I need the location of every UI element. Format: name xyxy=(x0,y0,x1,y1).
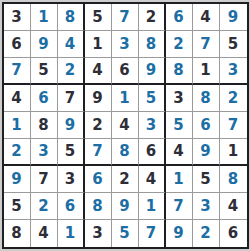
cell-r7c8[interactable]: 5 xyxy=(193,166,220,193)
cell-r2c5[interactable]: 3 xyxy=(112,31,139,58)
cell-r3c8[interactable]: 1 xyxy=(193,58,220,85)
cell-r9c1[interactable]: 8 xyxy=(4,220,31,247)
cell-r5c5[interactable]: 4 xyxy=(112,112,139,139)
cell-r2c2[interactable]: 9 xyxy=(31,31,58,58)
cell-r3c5[interactable]: 6 xyxy=(112,58,139,85)
cell-r8c2[interactable]: 2 xyxy=(31,193,58,220)
cell-r1c7[interactable]: 6 xyxy=(166,4,193,31)
cell-r8c9[interactable]: 4 xyxy=(220,193,247,220)
cell-r7c5[interactable]: 2 xyxy=(112,166,139,193)
cell-r4c2[interactable]: 6 xyxy=(31,85,58,112)
cell-r1c1[interactable]: 3 xyxy=(4,4,31,31)
cell-r1c9[interactable]: 9 xyxy=(220,4,247,31)
cell-r4c3[interactable]: 7 xyxy=(58,85,85,112)
cell-r7c6[interactable]: 4 xyxy=(139,166,166,193)
cell-r5c4[interactable]: 2 xyxy=(85,112,112,139)
cell-r4c4[interactable]: 9 xyxy=(85,85,112,112)
cell-r6c3[interactable]: 5 xyxy=(58,139,85,166)
cell-r1c2[interactable]: 1 xyxy=(31,4,58,31)
cell-r3c9[interactable]: 3 xyxy=(220,58,247,85)
cell-r6c4[interactable]: 7 xyxy=(85,139,112,166)
cell-r2c6[interactable]: 8 xyxy=(139,31,166,58)
cell-r5c2[interactable]: 8 xyxy=(31,112,58,139)
cell-r5c7[interactable]: 5 xyxy=(166,112,193,139)
cell-r2c1[interactable]: 6 xyxy=(4,31,31,58)
cell-r2c9[interactable]: 5 xyxy=(220,31,247,58)
cell-r5c9[interactable]: 7 xyxy=(220,112,247,139)
cell-r4c8[interactable]: 8 xyxy=(193,85,220,112)
cell-r7c7[interactable]: 1 xyxy=(166,166,193,193)
cell-r9c9[interactable]: 6 xyxy=(220,220,247,247)
cell-r6c8[interactable]: 9 xyxy=(193,139,220,166)
cell-r1c6[interactable]: 2 xyxy=(139,4,166,31)
cell-r8c6[interactable]: 1 xyxy=(139,193,166,220)
cell-r8c1[interactable]: 5 xyxy=(4,193,31,220)
cell-r5c6[interactable]: 3 xyxy=(139,112,166,139)
cell-r4c7[interactable]: 3 xyxy=(166,85,193,112)
cell-r8c4[interactable]: 8 xyxy=(85,193,112,220)
cell-r2c8[interactable]: 7 xyxy=(193,31,220,58)
cell-r9c2[interactable]: 4 xyxy=(31,220,58,247)
cell-r2c7[interactable]: 2 xyxy=(166,31,193,58)
cell-r4c9[interactable]: 2 xyxy=(220,85,247,112)
sudoku-board: 3185726496941382757524698134679153821892… xyxy=(2,2,249,249)
cell-r3c3[interactable]: 2 xyxy=(58,58,85,85)
cell-r8c5[interactable]: 9 xyxy=(112,193,139,220)
cell-r2c3[interactable]: 4 xyxy=(58,31,85,58)
cell-r6c2[interactable]: 3 xyxy=(31,139,58,166)
cell-r7c1[interactable]: 9 xyxy=(4,166,31,193)
cell-r4c5[interactable]: 1 xyxy=(112,85,139,112)
page: 3185726496941382757524698134679153821892… xyxy=(0,0,250,251)
cell-r5c3[interactable]: 9 xyxy=(58,112,85,139)
cell-r9c5[interactable]: 5 xyxy=(112,220,139,247)
cell-r3c1[interactable]: 7 xyxy=(4,58,31,85)
cell-r1c3[interactable]: 8 xyxy=(58,4,85,31)
cell-r4c1[interactable]: 4 xyxy=(4,85,31,112)
cell-r5c1[interactable]: 1 xyxy=(4,112,31,139)
cell-r9c3[interactable]: 1 xyxy=(58,220,85,247)
cell-r6c9[interactable]: 1 xyxy=(220,139,247,166)
cell-r3c2[interactable]: 5 xyxy=(31,58,58,85)
cell-r7c3[interactable]: 3 xyxy=(58,166,85,193)
cell-r6c1[interactable]: 2 xyxy=(4,139,31,166)
cell-r8c8[interactable]: 3 xyxy=(193,193,220,220)
cell-r3c4[interactable]: 4 xyxy=(85,58,112,85)
cell-r7c4[interactable]: 6 xyxy=(85,166,112,193)
cell-r2c4[interactable]: 1 xyxy=(85,31,112,58)
cell-r6c5[interactable]: 8 xyxy=(112,139,139,166)
cell-r6c6[interactable]: 6 xyxy=(139,139,166,166)
cell-r8c3[interactable]: 6 xyxy=(58,193,85,220)
cell-r9c6[interactable]: 7 xyxy=(139,220,166,247)
cell-r3c7[interactable]: 8 xyxy=(166,58,193,85)
cell-r9c7[interactable]: 9 xyxy=(166,220,193,247)
cell-r8c7[interactable]: 7 xyxy=(166,193,193,220)
cell-r9c4[interactable]: 3 xyxy=(85,220,112,247)
cell-r7c9[interactable]: 8 xyxy=(220,166,247,193)
cell-r1c8[interactable]: 4 xyxy=(193,4,220,31)
cell-r5c8[interactable]: 6 xyxy=(193,112,220,139)
cell-r7c2[interactable]: 7 xyxy=(31,166,58,193)
cell-r6c7[interactable]: 4 xyxy=(166,139,193,166)
cell-r1c4[interactable]: 5 xyxy=(85,4,112,31)
cell-r3c6[interactable]: 9 xyxy=(139,58,166,85)
cell-r1c5[interactable]: 7 xyxy=(112,4,139,31)
cell-r9c8[interactable]: 2 xyxy=(193,220,220,247)
cell-r4c6[interactable]: 5 xyxy=(139,85,166,112)
